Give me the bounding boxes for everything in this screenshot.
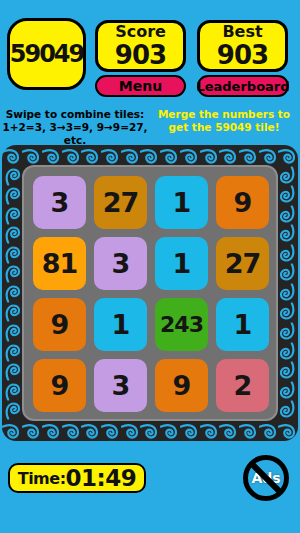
swipe-instructions-line2: 1+2=3, 3→3=9, 9→9=27, etc.	[2, 121, 148, 147]
score-label: Score	[115, 24, 166, 40]
spiral-wave-icon	[280, 283, 296, 302]
score-value: 903	[115, 42, 166, 68]
goal-instructions: Merge the numbers to get the 59049 tile!	[150, 108, 298, 134]
spiral-wave-icon	[278, 423, 297, 439]
tile-27[interactable]: 27	[94, 176, 147, 229]
tile-27[interactable]: 27	[216, 237, 269, 290]
spiral-wave-icon	[81, 423, 100, 439]
tile-243[interactable]: 243	[155, 298, 208, 351]
spiral-wave-icon	[42, 423, 61, 439]
swipe-instructions: Swipe to combine tiles: 1+2=3, 3→3=9, 9→…	[2, 108, 148, 147]
spiral-border-left	[2, 166, 23, 420]
spiral-wave-icon	[160, 148, 179, 164]
best-box: Best 903	[197, 20, 288, 72]
tile-9[interactable]: 9	[33, 359, 86, 412]
spiral-wave-icon	[280, 381, 296, 400]
spiral-wave-icon	[5, 283, 21, 302]
spiral-wave-icon	[278, 148, 297, 164]
menu-button[interactable]: Menu	[95, 75, 186, 97]
best-value: 903	[217, 42, 268, 68]
spiral-wave-icon	[180, 148, 199, 164]
spiral-wave-icon	[280, 264, 296, 283]
spiral-wave-icon	[280, 362, 296, 381]
app-background: 59049 Score 903 Best 903 Menu Leaderboar…	[0, 0, 300, 533]
spiral-wave-icon	[239, 423, 258, 439]
time-label: Time:	[18, 469, 66, 488]
goal-instructions-line1: Merge the numbers to	[150, 108, 298, 121]
goal-tile: 59049	[7, 18, 86, 90]
tile-1[interactable]: 1	[155, 237, 208, 290]
no-ads-button[interactable]: Ads	[243, 455, 289, 501]
spiral-wave-icon	[5, 303, 21, 322]
tile-81[interactable]: 81	[33, 237, 86, 290]
spiral-wave-icon	[5, 225, 21, 244]
tile-2[interactable]: 2	[216, 359, 269, 412]
spiral-wave-icon	[42, 148, 61, 164]
tile-3[interactable]: 3	[94, 237, 147, 290]
time-value: 01:49	[66, 465, 137, 491]
spiral-wave-icon	[219, 148, 238, 164]
spiral-wave-icon	[2, 423, 21, 439]
spiral-wave-icon	[22, 423, 41, 439]
spiral-border-bottom	[2, 420, 298, 441]
spiral-wave-icon	[5, 186, 21, 205]
game-board-grid[interactable]: 327198131279124319392	[22, 165, 278, 421]
tile-3[interactable]: 3	[94, 359, 147, 412]
spiral-wave-icon	[140, 148, 159, 164]
spiral-wave-icon	[2, 148, 21, 164]
spiral-wave-icon	[5, 362, 21, 381]
tile-1[interactable]: 1	[155, 176, 208, 229]
spiral-wave-icon	[200, 148, 219, 164]
spiral-wave-icon	[280, 342, 296, 361]
spiral-wave-icon	[5, 381, 21, 400]
spiral-wave-icon	[5, 264, 21, 283]
tile-1[interactable]: 1	[216, 298, 269, 351]
tile-3[interactable]: 3	[33, 176, 86, 229]
best-label: Best	[222, 24, 262, 40]
spiral-wave-icon	[62, 423, 81, 439]
spiral-wave-icon	[121, 423, 140, 439]
spiral-wave-icon	[5, 342, 21, 361]
spiral-wave-icon	[5, 166, 21, 185]
spiral-wave-icon	[22, 148, 41, 164]
leaderboard-button[interactable]: Leaderboard	[197, 75, 289, 97]
spiral-wave-icon	[5, 244, 21, 263]
spiral-wave-icon	[280, 225, 296, 244]
spiral-wave-icon	[280, 205, 296, 224]
spiral-wave-icon	[280, 186, 296, 205]
spiral-wave-icon	[280, 323, 296, 342]
spiral-wave-icon	[219, 423, 238, 439]
spiral-wave-icon	[280, 401, 296, 420]
spiral-border-right	[277, 166, 298, 420]
spiral-wave-icon	[180, 423, 199, 439]
goal-instructions-line2: get the 59049 tile!	[150, 121, 298, 134]
spiral-wave-icon	[121, 148, 140, 164]
spiral-wave-icon	[280, 303, 296, 322]
spiral-wave-icon	[239, 148, 258, 164]
tile-1[interactable]: 1	[94, 298, 147, 351]
spiral-wave-icon	[101, 148, 120, 164]
swipe-instructions-line1: Swipe to combine tiles:	[2, 108, 148, 121]
time-box: Time:01:49	[8, 463, 146, 493]
spiral-wave-icon	[280, 166, 296, 185]
tile-9[interactable]: 9	[33, 298, 86, 351]
spiral-wave-icon	[160, 423, 179, 439]
spiral-wave-icon	[140, 423, 159, 439]
spiral-wave-icon	[62, 148, 81, 164]
spiral-wave-icon	[81, 148, 100, 164]
tile-9[interactable]: 9	[155, 359, 208, 412]
spiral-wave-icon	[5, 323, 21, 342]
score-box: Score 903	[95, 20, 186, 72]
spiral-wave-icon	[280, 244, 296, 263]
spiral-wave-icon	[101, 423, 120, 439]
board-frame: 327198131279124319392	[2, 145, 298, 441]
spiral-wave-icon	[200, 423, 219, 439]
spiral-wave-icon	[259, 148, 278, 164]
spiral-border-top	[2, 145, 298, 166]
spiral-wave-icon	[5, 205, 21, 224]
spiral-wave-icon	[5, 401, 21, 420]
tile-9[interactable]: 9	[216, 176, 269, 229]
spiral-wave-icon	[259, 423, 278, 439]
